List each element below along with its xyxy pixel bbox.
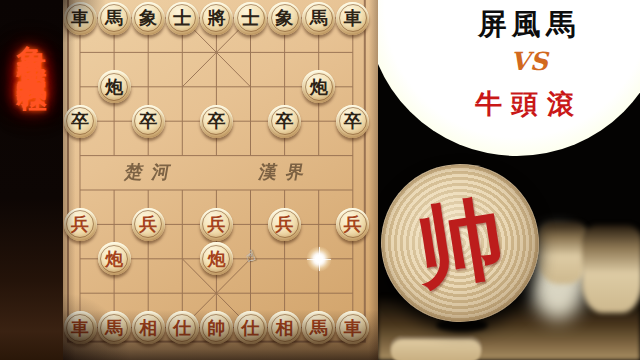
piece-black-horse[interactable]: 馬 (302, 2, 335, 35)
big-marshal-piece: 帅 (378, 156, 547, 330)
piece-red-cannon[interactable]: 炮 (98, 242, 131, 275)
piece-glyph: 相 (268, 311, 301, 344)
piece-glyph: 炮 (302, 70, 335, 103)
piece-glyph: 卒 (200, 105, 233, 138)
piece-glyph: 仕 (166, 311, 199, 344)
piece-glyph: 將 (200, 2, 233, 35)
piece-glyph: 車 (64, 311, 97, 344)
piece-black-cannon[interactable]: 炮 (98, 70, 131, 103)
piece-glyph: 兵 (336, 208, 369, 241)
piece-glyph: 車 (336, 2, 369, 35)
piece-black-soldier[interactable]: 卒 (64, 105, 97, 138)
piece-black-horse[interactable]: 馬 (98, 2, 131, 35)
piece-glyph: 卒 (64, 105, 97, 138)
piece-glyph: 卒 (336, 105, 369, 138)
piece-red-soldier[interactable]: 兵 (132, 208, 165, 241)
blurred-piece-cup-2 (582, 225, 640, 313)
piece-red-soldier[interactable]: 兵 (268, 208, 301, 241)
piece-red-chariot[interactable]: 車 (64, 311, 97, 344)
piece-glyph: 兵 (200, 208, 233, 241)
piece-glyph: 兵 (132, 208, 165, 241)
piece-glyph: 卒 (132, 105, 165, 138)
piece-glyph: 兵 (268, 208, 301, 241)
lying-piece (390, 336, 482, 360)
piece-glyph: 馬 (302, 2, 335, 35)
title-bull-head-roll: 牛頭滾 (418, 86, 640, 122)
piece-glyph: 炮 (98, 70, 131, 103)
piece-glyph: 兵 (64, 208, 97, 241)
piece-glyph: 馬 (302, 311, 335, 344)
piece-black-soldier[interactable]: 卒 (268, 105, 301, 138)
piece-red-elephant[interactable]: 相 (268, 311, 301, 344)
xiangqi-board[interactable]: 楚河 漢界 車馬象士將士象馬車炮炮卒卒卒卒卒兵兵兵兵兵炮炮車馬相仕帥仕相馬車 ☝ (63, 0, 378, 360)
piece-black-advisor[interactable]: 士 (166, 2, 199, 35)
piece-red-advisor[interactable]: 仕 (234, 311, 267, 344)
piece-red-horse[interactable]: 馬 (302, 311, 335, 344)
piece-red-cannon[interactable]: 炮 (200, 242, 233, 275)
video-frame: 象棋实战教程 (0, 0, 640, 360)
piece-glyph: 馬 (98, 311, 131, 344)
banner-text: 象棋实战教程 (17, 22, 47, 70)
piece-black-elephant[interactable]: 象 (268, 2, 301, 35)
piece-glyph: 卒 (268, 105, 301, 138)
left-banner-strip: 象棋实战教程 (0, 0, 63, 360)
piece-glyph: 車 (64, 2, 97, 35)
piece-glyph: 車 (336, 311, 369, 344)
piece-black-advisor[interactable]: 士 (234, 2, 267, 35)
piece-glyph: 象 (132, 2, 165, 35)
piece-black-soldier[interactable]: 卒 (200, 105, 233, 138)
piece-red-chariot[interactable]: 車 (336, 311, 369, 344)
big-marshal-glyph: 帅 (378, 153, 550, 334)
piece-black-chariot[interactable]: 車 (336, 2, 369, 35)
piece-glyph: 相 (132, 311, 165, 344)
right-photo-panel: 帅 屏風馬 VS 牛頭滾 (378, 0, 640, 360)
piece-glyph: 士 (166, 2, 199, 35)
piece-red-horse[interactable]: 馬 (98, 311, 131, 344)
piece-red-advisor[interactable]: 仕 (166, 311, 199, 344)
piece-black-elephant[interactable]: 象 (132, 2, 165, 35)
piece-black-soldier[interactable]: 卒 (336, 105, 369, 138)
piece-red-elephant[interactable]: 相 (132, 311, 165, 344)
piece-glyph: 馬 (98, 2, 131, 35)
piece-red-soldier[interactable]: 兵 (336, 208, 369, 241)
title-screen-horse: 屏風馬 (418, 5, 640, 45)
piece-glyph: 仕 (234, 311, 267, 344)
river-label-chu: 楚河 (123, 160, 181, 184)
blurred-piece-cup-1 (538, 222, 588, 284)
piece-red-soldier[interactable]: 兵 (200, 208, 233, 241)
piece-glyph: 炮 (98, 242, 131, 275)
piece-glyph: 士 (234, 2, 267, 35)
piece-glyph: 帥 (200, 311, 233, 344)
piece-red-general[interactable]: 帥 (200, 311, 233, 344)
piece-black-chariot[interactable]: 車 (64, 2, 97, 35)
piece-black-general[interactable]: 將 (200, 2, 233, 35)
piece-glyph: 象 (268, 2, 301, 35)
piece-black-soldier[interactable]: 卒 (132, 105, 165, 138)
board-grid (63, 0, 378, 360)
river-label-han: 漢界 (257, 160, 315, 184)
piece-black-cannon[interactable]: 炮 (302, 70, 335, 103)
title-vs: VS (418, 47, 640, 76)
piece-red-soldier[interactable]: 兵 (64, 208, 97, 241)
piece-glyph: 炮 (200, 242, 233, 275)
